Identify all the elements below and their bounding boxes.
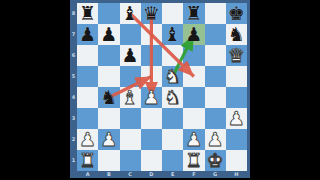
letterbox-right [250,0,320,180]
square-b2[interactable] [98,129,119,150]
square-h4[interactable] [226,87,247,108]
square-h1[interactable] [226,150,247,171]
square-f7[interactable] [183,24,204,45]
square-c1[interactable] [120,150,141,171]
square-b7[interactable] [98,24,119,45]
square-f5[interactable] [183,66,204,87]
square-f8[interactable] [183,3,204,24]
square-a7[interactable] [77,24,98,45]
square-e1[interactable] [162,150,183,171]
square-d3[interactable] [141,108,162,129]
square-b8[interactable] [98,3,119,24]
square-a3[interactable] [77,108,98,129]
square-a4[interactable] [77,87,98,108]
square-g2[interactable] [205,129,226,150]
square-b3[interactable] [98,108,119,129]
file-label-f: F [183,171,204,178]
rank-label-4: 4 [70,87,77,108]
square-d4[interactable] [141,87,162,108]
square-g5[interactable] [205,66,226,87]
file-label-g: G [205,171,226,178]
file-label-c: C [120,171,141,178]
square-g3[interactable] [205,108,226,129]
chess-board: 87654321 ABCDEFGH ♜♝♛♜♚♟♟♝♟♞♟♛♞♞♝♟♞♟♟♟♟♟… [70,0,250,178]
square-f4[interactable] [183,87,204,108]
square-h3[interactable] [226,108,247,129]
square-d6[interactable] [141,45,162,66]
square-e7[interactable] [162,24,183,45]
square-a1[interactable] [77,150,98,171]
square-b6[interactable] [98,45,119,66]
rank-label-2: 2 [70,129,77,150]
square-d2[interactable] [141,129,162,150]
square-e6[interactable] [162,45,183,66]
square-c6[interactable] [120,45,141,66]
square-d5[interactable] [141,66,162,87]
square-c5[interactable] [120,66,141,87]
square-g7[interactable] [205,24,226,45]
letterbox-left [0,0,70,180]
board-squares [77,3,247,171]
square-f1[interactable] [183,150,204,171]
square-c2[interactable] [120,129,141,150]
square-a5[interactable] [77,66,98,87]
rank-label-5: 5 [70,66,77,87]
square-h2[interactable] [226,129,247,150]
square-g1[interactable] [205,150,226,171]
square-c8[interactable] [120,3,141,24]
rank-label-3: 3 [70,108,77,129]
square-f3[interactable] [183,108,204,129]
square-d7[interactable] [141,24,162,45]
square-h8[interactable] [226,3,247,24]
square-c4[interactable] [120,87,141,108]
square-h6[interactable] [226,45,247,66]
square-a8[interactable] [77,3,98,24]
rank-label-1: 1 [70,150,77,171]
file-label-h: H [226,171,247,178]
square-e2[interactable] [162,129,183,150]
square-e4[interactable] [162,87,183,108]
square-h5[interactable] [226,66,247,87]
square-g4[interactable] [205,87,226,108]
square-b4[interactable] [98,87,119,108]
square-e5[interactable] [162,66,183,87]
square-b1[interactable] [98,150,119,171]
video-frame: 87654321 ABCDEFGH ♜♝♛♜♚♟♟♝♟♞♟♛♞♞♝♟♞♟♟♟♟♟… [0,0,320,180]
rank-label-6: 6 [70,45,77,66]
square-g6[interactable] [205,45,226,66]
square-e3[interactable] [162,108,183,129]
square-h7[interactable] [226,24,247,45]
rank-label-8: 8 [70,3,77,24]
square-d8[interactable] [141,3,162,24]
square-a2[interactable] [77,129,98,150]
file-label-a: A [77,171,98,178]
square-d1[interactable] [141,150,162,171]
square-c7[interactable] [120,24,141,45]
square-c3[interactable] [120,108,141,129]
square-e8[interactable] [162,3,183,24]
file-label-e: E [162,171,183,178]
file-label-b: B [98,171,119,178]
square-a6[interactable] [77,45,98,66]
rank-label-7: 7 [70,24,77,45]
square-f6[interactable] [183,45,204,66]
file-label-d: D [141,171,162,178]
square-f2[interactable] [183,129,204,150]
square-g8[interactable] [205,3,226,24]
square-b5[interactable] [98,66,119,87]
